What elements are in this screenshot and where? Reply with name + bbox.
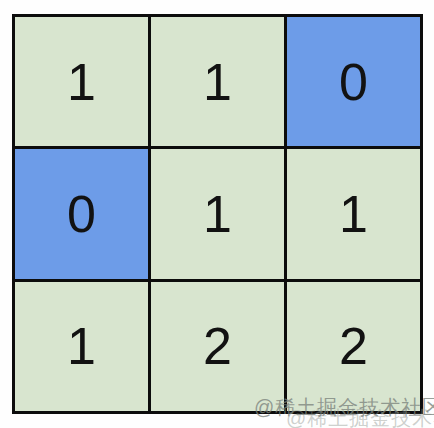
grid-cell-r1c0[interactable]: 0: [15, 149, 148, 278]
grid-cell-r2c2[interactable]: 2: [287, 282, 420, 411]
page: { "game": "number-grid (minesweeper-styl…: [0, 0, 434, 428]
grid-cell-r1c2[interactable]: 1: [287, 149, 420, 278]
grid-cell-r1c1[interactable]: 1: [151, 149, 284, 278]
grid-cell-r0c0[interactable]: 1: [15, 17, 148, 146]
grid-cell-r0c1[interactable]: 1: [151, 17, 284, 146]
grid-cell-r2c0[interactable]: 1: [15, 282, 148, 411]
grid-board: 1 1 0 0 1 1 1 2 2: [12, 14, 423, 414]
grid-cell-r2c1[interactable]: 2: [151, 282, 284, 411]
grid-cell-r0c2[interactable]: 0: [287, 17, 420, 146]
